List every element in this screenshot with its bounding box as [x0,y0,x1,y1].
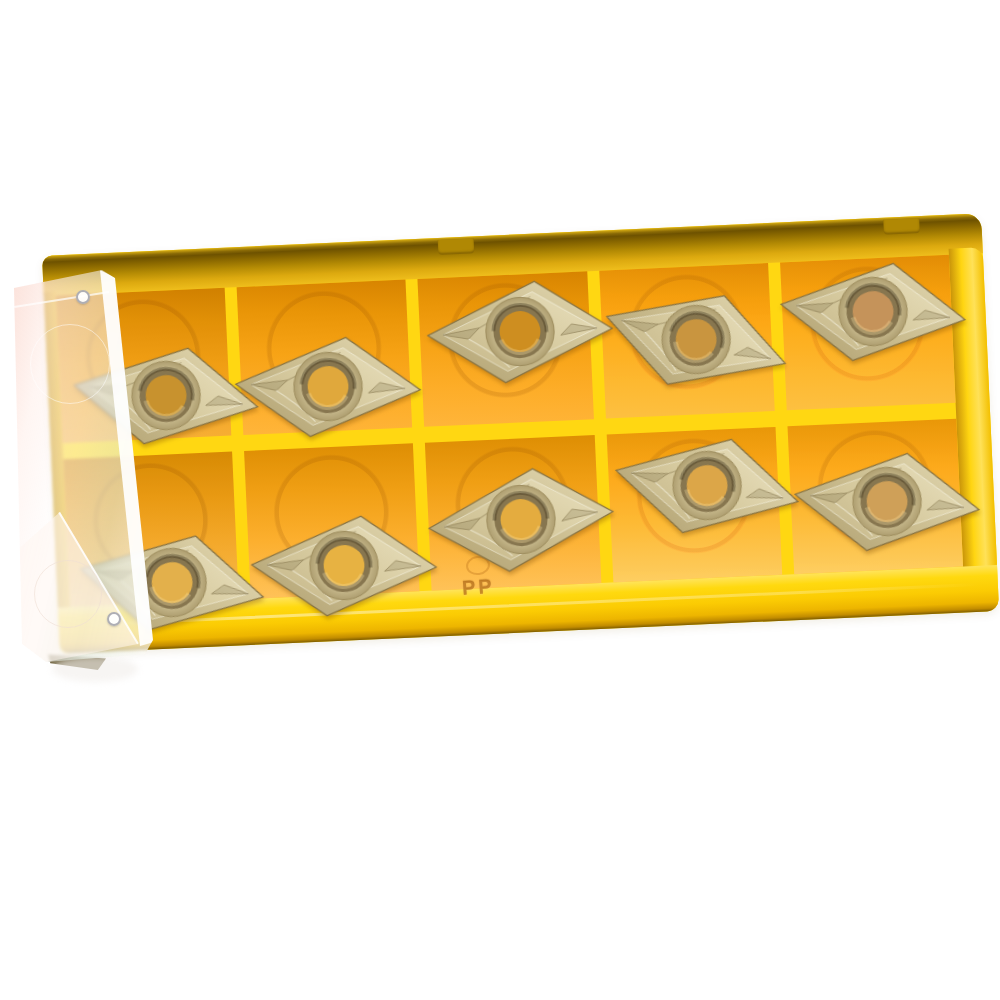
insert-7 [245,505,442,628]
insert-4 [589,258,804,421]
insert-2 [229,324,428,450]
lid-hole-top [76,290,90,304]
insert-5 [771,244,974,379]
insert-3 [424,275,616,388]
lid-top-fold-line [14,291,109,308]
insert-8 [424,462,618,579]
lid-molded-circle-top [30,324,110,404]
inserts-layer [0,0,1000,1000]
product-photo: PP [0,0,1000,1000]
insert-10 [785,434,988,569]
lid-hole-bottom [107,612,121,626]
lid-molded-circle-bottom [34,560,102,628]
insert-9 [602,411,812,561]
